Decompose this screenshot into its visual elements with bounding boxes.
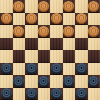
navy-man-piece[interactable] bbox=[1, 63, 12, 74]
orange-man-piece[interactable] bbox=[88, 26, 99, 37]
square-e1[interactable] bbox=[50, 88, 63, 101]
navy-man-piece[interactable] bbox=[76, 88, 87, 99]
square-h3 bbox=[88, 63, 101, 76]
orange-man-piece[interactable] bbox=[51, 13, 62, 24]
square-b7 bbox=[13, 13, 26, 26]
square-a5[interactable] bbox=[0, 38, 13, 51]
square-e6 bbox=[50, 25, 63, 38]
square-a7[interactable] bbox=[0, 13, 13, 26]
square-h8[interactable] bbox=[88, 0, 101, 13]
square-f1 bbox=[63, 88, 76, 101]
square-g7[interactable] bbox=[75, 13, 88, 26]
navy-man-piece[interactable] bbox=[51, 88, 62, 99]
square-c6 bbox=[25, 25, 38, 38]
square-g2 bbox=[75, 75, 88, 88]
square-b3 bbox=[13, 63, 26, 76]
square-c3[interactable] bbox=[25, 63, 38, 76]
square-d6[interactable] bbox=[38, 25, 51, 38]
square-f2[interactable] bbox=[63, 75, 76, 88]
square-g1[interactable] bbox=[75, 88, 88, 101]
square-g3[interactable] bbox=[75, 63, 88, 76]
square-e7[interactable] bbox=[50, 13, 63, 26]
navy-man-piece[interactable] bbox=[76, 63, 87, 74]
square-e4 bbox=[50, 50, 63, 63]
square-d5 bbox=[38, 38, 51, 51]
square-b2[interactable] bbox=[13, 75, 26, 88]
square-h7 bbox=[88, 13, 101, 26]
square-h6[interactable] bbox=[88, 25, 101, 38]
orange-man-piece[interactable] bbox=[38, 26, 49, 37]
orange-man-piece[interactable] bbox=[88, 1, 99, 12]
square-d2[interactable] bbox=[38, 75, 51, 88]
navy-man-piece[interactable] bbox=[26, 88, 37, 99]
navy-man-piece[interactable] bbox=[51, 63, 62, 74]
square-g6 bbox=[75, 25, 88, 38]
square-e3[interactable] bbox=[50, 63, 63, 76]
square-b6[interactable] bbox=[13, 25, 26, 38]
square-d3 bbox=[38, 63, 51, 76]
square-h2[interactable] bbox=[88, 75, 101, 88]
navy-man-piece[interactable] bbox=[13, 76, 24, 87]
orange-man-piece[interactable] bbox=[13, 26, 24, 37]
square-c5[interactable] bbox=[25, 38, 38, 51]
square-d4[interactable] bbox=[38, 50, 51, 63]
square-f8[interactable] bbox=[63, 0, 76, 13]
square-c4 bbox=[25, 50, 38, 63]
navy-man-piece[interactable] bbox=[88, 76, 99, 87]
square-b1 bbox=[13, 88, 26, 101]
square-d1 bbox=[38, 88, 51, 101]
square-h4[interactable] bbox=[88, 50, 101, 63]
square-d7 bbox=[38, 13, 51, 26]
square-g8 bbox=[75, 0, 88, 13]
checkers-board bbox=[0, 0, 100, 100]
navy-man-piece[interactable] bbox=[63, 76, 74, 87]
orange-man-piece[interactable] bbox=[38, 1, 49, 12]
orange-man-piece[interactable] bbox=[63, 1, 74, 12]
orange-man-piece[interactable] bbox=[63, 26, 74, 37]
square-g4 bbox=[75, 50, 88, 63]
square-a2 bbox=[0, 75, 13, 88]
square-c1[interactable] bbox=[25, 88, 38, 101]
square-f5 bbox=[63, 38, 76, 51]
square-a6 bbox=[0, 25, 13, 38]
navy-man-piece[interactable] bbox=[1, 88, 12, 99]
orange-man-piece[interactable] bbox=[76, 13, 87, 24]
square-c8 bbox=[25, 0, 38, 13]
navy-man-piece[interactable] bbox=[38, 76, 49, 87]
square-g5[interactable] bbox=[75, 38, 88, 51]
square-b8[interactable] bbox=[13, 0, 26, 13]
orange-man-piece[interactable] bbox=[13, 1, 24, 12]
square-a4 bbox=[0, 50, 13, 63]
square-a1[interactable] bbox=[0, 88, 13, 101]
square-f3 bbox=[63, 63, 76, 76]
square-d8[interactable] bbox=[38, 0, 51, 13]
square-f6[interactable] bbox=[63, 25, 76, 38]
square-e2 bbox=[50, 75, 63, 88]
square-c2 bbox=[25, 75, 38, 88]
orange-man-piece[interactable] bbox=[1, 13, 12, 24]
square-f4[interactable] bbox=[63, 50, 76, 63]
square-h5 bbox=[88, 38, 101, 51]
square-h1 bbox=[88, 88, 101, 101]
square-b5 bbox=[13, 38, 26, 51]
square-b4[interactable] bbox=[13, 50, 26, 63]
square-e8 bbox=[50, 0, 63, 13]
navy-man-piece[interactable] bbox=[26, 63, 37, 74]
square-a8 bbox=[0, 0, 13, 13]
square-a3[interactable] bbox=[0, 63, 13, 76]
orange-man-piece[interactable] bbox=[26, 13, 37, 24]
square-f7 bbox=[63, 13, 76, 26]
square-e5[interactable] bbox=[50, 38, 63, 51]
square-c7[interactable] bbox=[25, 13, 38, 26]
